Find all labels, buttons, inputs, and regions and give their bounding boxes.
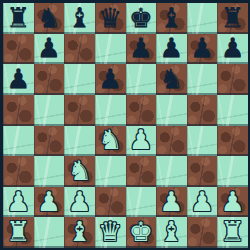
white-rook[interactable]: ♜ (6, 218, 30, 245)
square-h6[interactable] (217, 64, 248, 95)
white-pawn[interactable]: ♟ (221, 188, 245, 215)
square-d7[interactable] (95, 34, 126, 65)
white-knight[interactable]: ♞ (67, 157, 91, 184)
square-f8[interactable]: ♝ (156, 3, 187, 34)
black-rook[interactable]: ♜ (221, 4, 245, 31)
square-g3[interactable] (187, 156, 218, 187)
white-pawn[interactable]: ♟ (159, 188, 183, 215)
square-f2[interactable]: ♟ (156, 187, 187, 218)
square-b2[interactable]: ♟ (34, 187, 65, 218)
square-f5[interactable] (156, 95, 187, 126)
square-h2[interactable]: ♟ (217, 187, 248, 218)
square-b5[interactable] (34, 95, 65, 126)
square-f1[interactable]: ♝ (156, 217, 187, 248)
square-e3[interactable] (126, 156, 157, 187)
white-pawn[interactable]: ♟ (67, 188, 91, 215)
board-grid: ♜♞♝♛♚♝♜♟♟♟♟♟♟♟♞♞♟♞♟♟♟♟♟♟♜♝♛♚♝♜ (3, 3, 248, 248)
black-queen[interactable]: ♛ (98, 4, 122, 31)
square-c3[interactable]: ♞ (64, 156, 95, 187)
square-d3[interactable] (95, 156, 126, 187)
square-f7[interactable]: ♟ (156, 34, 187, 65)
white-knight[interactable]: ♞ (98, 126, 122, 153)
black-bishop[interactable]: ♝ (67, 4, 91, 31)
square-a3[interactable] (3, 156, 34, 187)
square-a1[interactable]: ♜ (3, 217, 34, 248)
white-pawn[interactable]: ♟ (37, 188, 61, 215)
square-c5[interactable] (64, 95, 95, 126)
square-g7[interactable]: ♟ (187, 34, 218, 65)
square-h1[interactable]: ♜ (217, 217, 248, 248)
square-e1[interactable]: ♚ (126, 217, 157, 248)
black-king[interactable]: ♚ (129, 4, 153, 31)
square-h5[interactable] (217, 95, 248, 126)
square-b8[interactable]: ♞ (34, 3, 65, 34)
square-a7[interactable] (3, 34, 34, 65)
white-pawn[interactable]: ♟ (190, 188, 214, 215)
square-g5[interactable] (187, 95, 218, 126)
square-g1[interactable] (187, 217, 218, 248)
square-b6[interactable] (34, 64, 65, 95)
black-pawn[interactable]: ♟ (190, 34, 214, 61)
square-b1[interactable] (34, 217, 65, 248)
square-f4[interactable] (156, 126, 187, 157)
square-h3[interactable] (217, 156, 248, 187)
square-d5[interactable] (95, 95, 126, 126)
black-knight[interactable]: ♞ (159, 65, 183, 92)
square-e4[interactable]: ♟ (126, 126, 157, 157)
square-a6[interactable]: ♟ (3, 64, 34, 95)
square-e8[interactable]: ♚ (126, 3, 157, 34)
square-e7[interactable]: ♟ (126, 34, 157, 65)
square-b4[interactable] (34, 126, 65, 157)
black-knight[interactable]: ♞ (37, 4, 61, 31)
square-g2[interactable]: ♟ (187, 187, 218, 218)
black-pawn[interactable]: ♟ (129, 34, 153, 61)
square-d1[interactable]: ♛ (95, 217, 126, 248)
white-bishop[interactable]: ♝ (159, 218, 183, 245)
square-c4[interactable] (64, 126, 95, 157)
square-d4[interactable]: ♞ (95, 126, 126, 157)
square-e2[interactable] (126, 187, 157, 218)
square-e5[interactable] (126, 95, 157, 126)
square-f3[interactable] (156, 156, 187, 187)
square-c8[interactable]: ♝ (64, 3, 95, 34)
square-c7[interactable] (64, 34, 95, 65)
black-pawn[interactable]: ♟ (6, 65, 30, 92)
square-g4[interactable] (187, 126, 218, 157)
white-king[interactable]: ♚ (129, 218, 153, 245)
black-bishop[interactable]: ♝ (159, 4, 183, 31)
square-f6[interactable]: ♞ (156, 64, 187, 95)
square-g6[interactable] (187, 64, 218, 95)
white-pawn[interactable]: ♟ (6, 188, 30, 215)
black-pawn[interactable]: ♟ (37, 34, 61, 61)
black-pawn[interactable]: ♟ (221, 34, 245, 61)
square-h4[interactable] (217, 126, 248, 157)
white-queen[interactable]: ♛ (98, 218, 122, 245)
square-b7[interactable]: ♟ (34, 34, 65, 65)
black-pawn[interactable]: ♟ (98, 65, 122, 92)
square-b3[interactable] (34, 156, 65, 187)
square-d6[interactable]: ♟ (95, 64, 126, 95)
white-rook[interactable]: ♜ (221, 218, 245, 245)
square-a8[interactable]: ♜ (3, 3, 34, 34)
square-g8[interactable] (187, 3, 218, 34)
chess-board: ♜♞♝♛♚♝♜♟♟♟♟♟♟♟♞♞♟♞♟♟♟♟♟♟♜♝♛♚♝♜ (0, 0, 250, 250)
square-h8[interactable]: ♜ (217, 3, 248, 34)
square-d2[interactable] (95, 187, 126, 218)
square-c1[interactable]: ♝ (64, 217, 95, 248)
square-h7[interactable]: ♟ (217, 34, 248, 65)
black-rook[interactable]: ♜ (6, 4, 30, 31)
square-e6[interactable] (126, 64, 157, 95)
square-d8[interactable]: ♛ (95, 3, 126, 34)
white-pawn[interactable]: ♟ (129, 126, 153, 153)
square-c2[interactable]: ♟ (64, 187, 95, 218)
square-a5[interactable] (3, 95, 34, 126)
white-bishop[interactable]: ♝ (67, 218, 91, 245)
square-c6[interactable] (64, 64, 95, 95)
square-a4[interactable] (3, 126, 34, 157)
square-a2[interactable]: ♟ (3, 187, 34, 218)
black-pawn[interactable]: ♟ (159, 34, 183, 61)
